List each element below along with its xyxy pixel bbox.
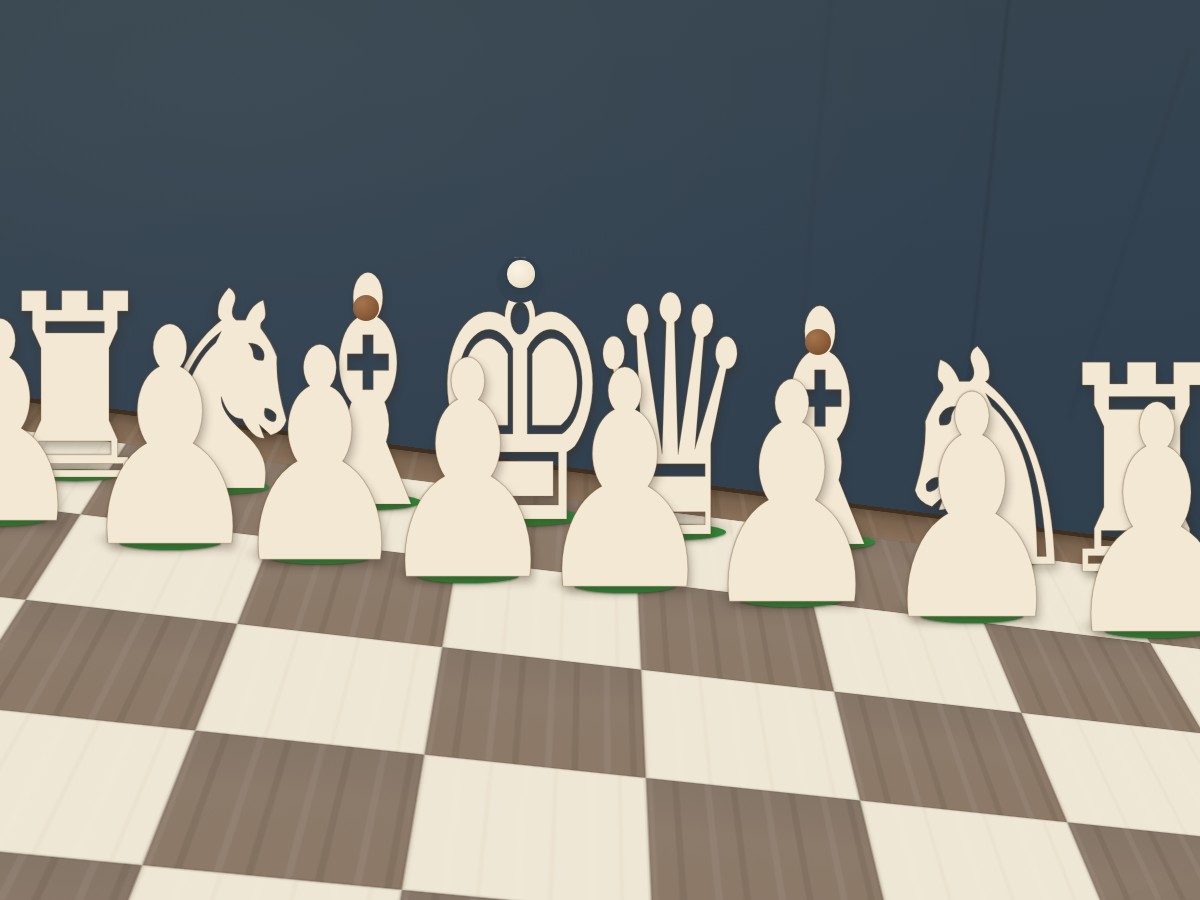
white-pawn-glyph[interactable]: ♟ [0,287,87,563]
pieces-layer: ♜♞♝♚♟♛♝♟♟♞♜♟♟♟♟♟ [0,0,1200,900]
king-ball-finial-icon [507,260,534,287]
white-pawn-glyph[interactable]: ♟ [531,333,719,633]
white-pawn-glyph[interactable]: ♟ [697,344,888,648]
white-pawn-glyph[interactable]: ♟ [1058,366,1200,680]
white-pawn-glyph[interactable]: ♟ [875,356,1068,664]
photo-scene: ♜♞♝♚♟♛♝♟♟♞♜♟♟♟♟♟ [0,0,1200,900]
